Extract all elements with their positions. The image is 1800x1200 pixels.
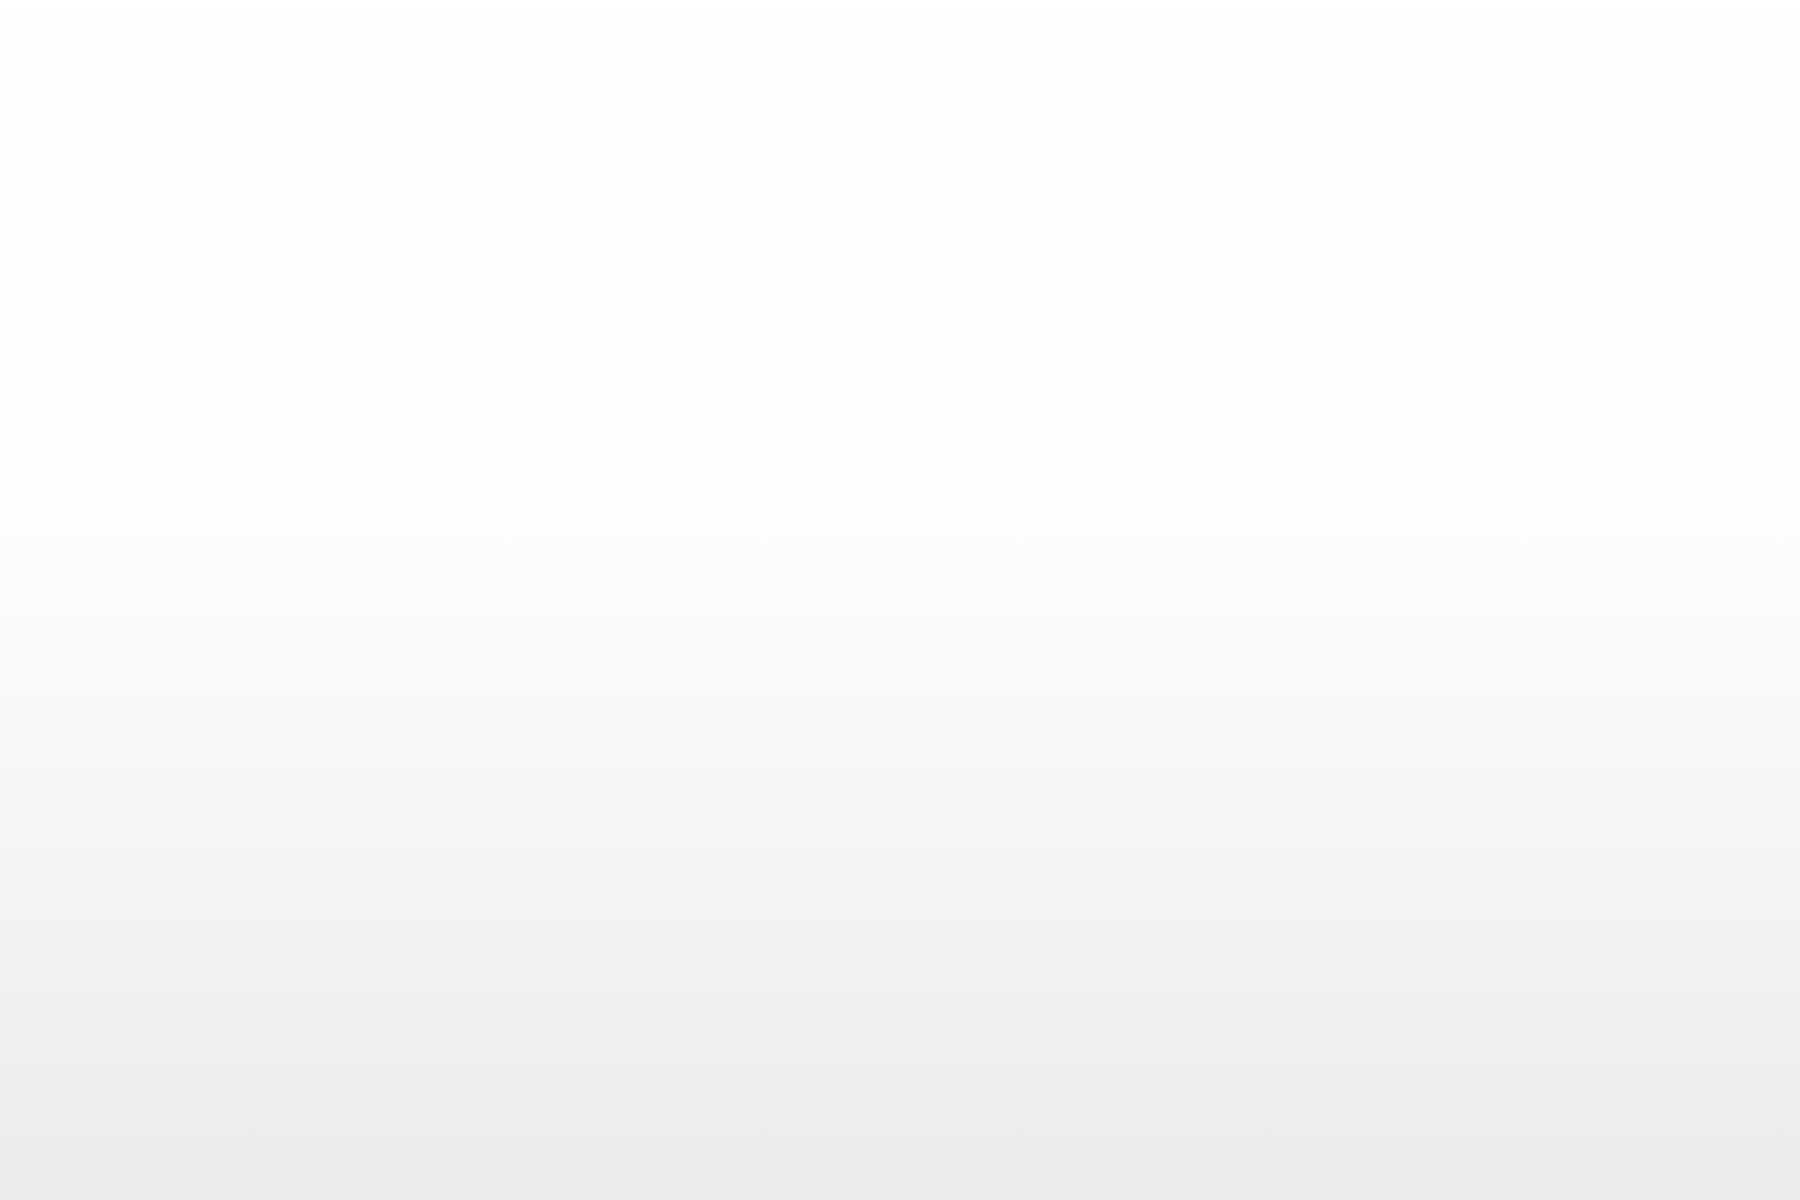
product-photo-chess-board [0, 0, 1800, 1200]
chess-board-scene [0, 0, 1800, 1200]
